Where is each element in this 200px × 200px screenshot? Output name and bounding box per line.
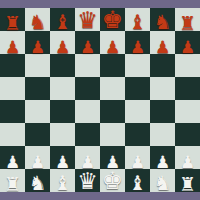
chess-app-window: ♜♞♝♛♚♝♞♜♟♟♟♟♟♟♟♟♟♟♟♟♟♟♟♟♜♞♝♛♚♝♞♜ xyxy=(0,0,200,200)
cell-e1: ♚ xyxy=(100,169,125,192)
square-c4[interactable] xyxy=(50,100,75,123)
piece-red-pawn-d7[interactable]: ♟ xyxy=(80,39,95,55)
piece-white-rook-h1[interactable]: ♜ xyxy=(179,175,196,193)
piece-white-pawn-f2[interactable]: ♟ xyxy=(130,154,145,170)
cell-g8: ♞ xyxy=(150,8,175,31)
square-e6[interactable] xyxy=(100,54,125,77)
square-e4[interactable] xyxy=(100,100,125,123)
piece-red-pawn-b7[interactable]: ♟ xyxy=(30,39,45,55)
piece-white-pawn-h2[interactable]: ♟ xyxy=(180,154,195,170)
cell-f8: ♝ xyxy=(125,8,150,31)
cell-c1: ♝ xyxy=(50,169,75,192)
square-d4[interactable] xyxy=(75,100,100,123)
piece-red-knight-b8[interactable]: ♞ xyxy=(29,13,47,32)
square-a6[interactable] xyxy=(0,54,25,77)
piece-red-knight-g8[interactable]: ♞ xyxy=(154,13,172,32)
piece-white-queen-d1[interactable]: ♛ xyxy=(77,171,98,193)
square-h5[interactable] xyxy=(175,77,200,100)
background-band-top xyxy=(0,0,200,8)
piece-white-pawn-c2[interactable]: ♟ xyxy=(55,154,70,170)
background-band-bottom xyxy=(0,192,200,200)
square-e5[interactable] xyxy=(100,77,125,100)
square-a4[interactable] xyxy=(0,100,25,123)
cell-f1: ♝ xyxy=(125,169,150,192)
piece-red-pawn-c7[interactable]: ♟ xyxy=(55,39,70,55)
piece-red-rook-h8[interactable]: ♜ xyxy=(179,14,196,32)
square-f4[interactable] xyxy=(125,100,150,123)
cell-c8: ♝ xyxy=(50,8,75,31)
piece-white-bishop-f1[interactable]: ♝ xyxy=(129,174,147,193)
cell-d1: ♛ xyxy=(75,169,100,192)
square-b4[interactable] xyxy=(25,100,50,123)
square-f6[interactable] xyxy=(125,54,150,77)
square-e3[interactable] xyxy=(100,123,125,146)
piece-white-king-e1[interactable]: ♚ xyxy=(102,170,124,193)
square-g6[interactable] xyxy=(150,54,175,77)
square-g3[interactable] xyxy=(150,123,175,146)
square-d3[interactable] xyxy=(75,123,100,146)
square-c3[interactable] xyxy=(50,123,75,146)
piece-white-rook-a1[interactable]: ♜ xyxy=(4,175,21,193)
square-g4[interactable] xyxy=(150,100,175,123)
piece-red-pawn-f7[interactable]: ♟ xyxy=(130,39,145,55)
square-c6[interactable] xyxy=(50,54,75,77)
piece-white-pawn-g2[interactable]: ♟ xyxy=(155,154,170,170)
piece-white-bishop-c1[interactable]: ♝ xyxy=(54,174,72,193)
square-f3[interactable] xyxy=(125,123,150,146)
square-g5[interactable] xyxy=(150,77,175,100)
piece-white-knight-b1[interactable]: ♞ xyxy=(29,174,47,193)
piece-red-king-e8[interactable]: ♚ xyxy=(102,9,124,32)
square-h3[interactable] xyxy=(175,123,200,146)
cell-g1: ♞ xyxy=(150,169,175,192)
square-d5[interactable] xyxy=(75,77,100,100)
cell-b8: ♞ xyxy=(25,8,50,31)
square-d6[interactable] xyxy=(75,54,100,77)
piece-red-pawn-g7[interactable]: ♟ xyxy=(155,39,170,55)
piece-red-pawn-e7[interactable]: ♟ xyxy=(105,39,120,55)
piece-red-pawn-h7[interactable]: ♟ xyxy=(180,39,195,55)
square-a3[interactable] xyxy=(0,123,25,146)
cell-d8: ♛ xyxy=(75,8,100,31)
square-b6[interactable] xyxy=(25,54,50,77)
square-b3[interactable] xyxy=(25,123,50,146)
piece-red-rook-a8[interactable]: ♜ xyxy=(4,14,21,32)
piece-white-pawn-b2[interactable]: ♟ xyxy=(30,154,45,170)
cell-b1: ♞ xyxy=(25,169,50,192)
piece-red-bishop-f8[interactable]: ♝ xyxy=(129,13,147,32)
square-b5[interactable] xyxy=(25,77,50,100)
piece-red-pawn-a7[interactable]: ♟ xyxy=(5,39,20,55)
square-a5[interactable] xyxy=(0,77,25,100)
square-h6[interactable] xyxy=(175,54,200,77)
cell-e8: ♚ xyxy=(100,8,125,31)
square-f5[interactable] xyxy=(125,77,150,100)
piece-white-knight-g1[interactable]: ♞ xyxy=(154,174,172,193)
square-c5[interactable] xyxy=(50,77,75,100)
square-h4[interactable] xyxy=(175,100,200,123)
piece-red-bishop-c8[interactable]: ♝ xyxy=(54,13,72,32)
piece-white-pawn-a2[interactable]: ♟ xyxy=(5,154,20,170)
piece-red-queen-d8[interactable]: ♛ xyxy=(77,10,98,32)
